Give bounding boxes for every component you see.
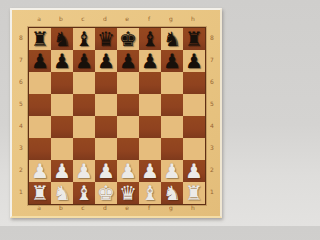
rank-labels-right: 87654321 — [208, 27, 216, 203]
black-pawn-g7: ♟ — [161, 50, 183, 72]
square-e5[interactable] — [117, 94, 139, 116]
square-b1[interactable]: ♞ — [51, 182, 73, 204]
white-rook-a1: ♜ — [29, 182, 51, 204]
rank-labels-left: 87654321 — [17, 27, 25, 203]
square-a1[interactable]: ♜ — [29, 182, 51, 204]
white-pawn-d2: ♟ — [95, 160, 117, 182]
square-d4[interactable] — [95, 116, 117, 138]
square-g5[interactable] — [161, 94, 183, 116]
square-a7[interactable]: ♟ — [29, 50, 51, 72]
white-knight-b1: ♞ — [51, 182, 73, 204]
rank-label-4: 4 — [17, 115, 25, 137]
white-pawn-f2: ♟ — [139, 160, 161, 182]
rank-label-7: 7 — [208, 49, 216, 71]
rank-label-3: 3 — [17, 137, 25, 159]
square-b5[interactable] — [51, 94, 73, 116]
black-pawn-f7: ♟ — [139, 50, 161, 72]
rank-label-2: 2 — [208, 159, 216, 181]
square-h4[interactable] — [183, 116, 205, 138]
file-label-c: c — [72, 15, 94, 23]
square-h3[interactable] — [183, 138, 205, 160]
square-d1[interactable]: ♚ — [95, 182, 117, 204]
board-grid: ♜♞♝♛♚♝♞♜♟♟♟♟♟♟♟♟♟♟♟♟♟♟♟♟♜♞♝♚♛♝♞♜ — [28, 27, 206, 205]
white-rook-h1: ♜ — [183, 182, 205, 204]
square-f1[interactable]: ♝ — [139, 182, 161, 204]
square-c5[interactable] — [73, 94, 95, 116]
square-c6[interactable] — [73, 72, 95, 94]
black-rook-h8: ♜ — [183, 28, 205, 50]
square-e8[interactable]: ♚ — [117, 28, 139, 50]
square-b6[interactable] — [51, 72, 73, 94]
square-f4[interactable] — [139, 116, 161, 138]
square-b4[interactable] — [51, 116, 73, 138]
file-label-g: g — [160, 15, 182, 23]
rank-label-8: 8 — [17, 27, 25, 49]
file-label-a: a — [28, 204, 50, 212]
chess-board-frame: abcdefgh abcdefgh 87654321 87654321 ♜♞♝♛… — [10, 8, 222, 218]
square-b8[interactable]: ♞ — [51, 28, 73, 50]
square-h6[interactable] — [183, 72, 205, 94]
square-f8[interactable]: ♝ — [139, 28, 161, 50]
file-label-c: c — [72, 204, 94, 212]
rank-label-5: 5 — [17, 93, 25, 115]
square-c2[interactable]: ♟ — [73, 160, 95, 182]
square-g6[interactable] — [161, 72, 183, 94]
white-bishop-c1: ♝ — [73, 182, 95, 204]
square-f7[interactable]: ♟ — [139, 50, 161, 72]
rank-label-1: 1 — [208, 181, 216, 203]
black-king-e8: ♚ — [117, 28, 139, 50]
square-d8[interactable]: ♛ — [95, 28, 117, 50]
black-rook-a8: ♜ — [29, 28, 51, 50]
white-pawn-a2: ♟ — [29, 160, 51, 182]
file-label-h: h — [182, 204, 204, 212]
square-c3[interactable] — [73, 138, 95, 160]
white-pawn-c2: ♟ — [73, 160, 95, 182]
square-d2[interactable]: ♟ — [95, 160, 117, 182]
square-e7[interactable]: ♟ — [117, 50, 139, 72]
square-a2[interactable]: ♟ — [29, 160, 51, 182]
black-pawn-c7: ♟ — [73, 50, 95, 72]
square-h7[interactable]: ♟ — [183, 50, 205, 72]
square-c7[interactable]: ♟ — [73, 50, 95, 72]
black-pawn-a7: ♟ — [29, 50, 51, 72]
file-labels-bottom: abcdefgh — [28, 204, 204, 212]
file-labels-top: abcdefgh — [28, 15, 204, 23]
black-bishop-f8: ♝ — [139, 28, 161, 50]
black-pawn-h7: ♟ — [183, 50, 205, 72]
file-label-d: d — [94, 204, 116, 212]
white-pawn-e2: ♟ — [117, 160, 139, 182]
white-queen-e1: ♛ — [117, 182, 139, 204]
square-c8[interactable]: ♝ — [73, 28, 95, 50]
square-b3[interactable] — [51, 138, 73, 160]
rank-label-6: 6 — [17, 71, 25, 93]
white-pawn-g2: ♟ — [161, 160, 183, 182]
square-a3[interactable] — [29, 138, 51, 160]
square-h1[interactable]: ♜ — [183, 182, 205, 204]
square-e6[interactable] — [117, 72, 139, 94]
square-a6[interactable] — [29, 72, 51, 94]
square-f6[interactable] — [139, 72, 161, 94]
black-pawn-e7: ♟ — [117, 50, 139, 72]
file-label-h: h — [182, 15, 204, 23]
file-label-f: f — [138, 15, 160, 23]
square-e2[interactable]: ♟ — [117, 160, 139, 182]
file-label-e: e — [116, 15, 138, 23]
square-a5[interactable] — [29, 94, 51, 116]
square-c1[interactable]: ♝ — [73, 182, 95, 204]
file-label-e: e — [116, 204, 138, 212]
square-d7[interactable]: ♟ — [95, 50, 117, 72]
square-h2[interactable]: ♟ — [183, 160, 205, 182]
square-a4[interactable] — [29, 116, 51, 138]
square-b2[interactable]: ♟ — [51, 160, 73, 182]
white-pawn-b2: ♟ — [51, 160, 73, 182]
square-g2[interactable]: ♟ — [161, 160, 183, 182]
rank-label-1: 1 — [17, 181, 25, 203]
rank-label-6: 6 — [208, 71, 216, 93]
black-knight-b8: ♞ — [51, 28, 73, 50]
square-e1[interactable]: ♛ — [117, 182, 139, 204]
black-pawn-b7: ♟ — [51, 50, 73, 72]
square-g7[interactable]: ♟ — [161, 50, 183, 72]
white-knight-g1: ♞ — [161, 182, 183, 204]
square-d6[interactable] — [95, 72, 117, 94]
black-queen-d8: ♛ — [95, 28, 117, 50]
black-pawn-d7: ♟ — [95, 50, 117, 72]
file-label-b: b — [50, 15, 72, 23]
square-g8[interactable]: ♞ — [161, 28, 183, 50]
rank-label-3: 3 — [208, 137, 216, 159]
square-c4[interactable] — [73, 116, 95, 138]
white-bishop-f1: ♝ — [139, 182, 161, 204]
square-e4[interactable] — [117, 116, 139, 138]
black-bishop-c8: ♝ — [73, 28, 95, 50]
square-a8[interactable]: ♜ — [29, 28, 51, 50]
square-h5[interactable] — [183, 94, 205, 116]
square-g3[interactable] — [161, 138, 183, 160]
black-knight-g8: ♞ — [161, 28, 183, 50]
rank-label-5: 5 — [208, 93, 216, 115]
square-e3[interactable] — [117, 138, 139, 160]
square-g4[interactable] — [161, 116, 183, 138]
square-h8[interactable]: ♜ — [183, 28, 205, 50]
white-pawn-h2: ♟ — [183, 160, 205, 182]
square-f2[interactable]: ♟ — [139, 160, 161, 182]
file-label-g: g — [160, 204, 182, 212]
square-f5[interactable] — [139, 94, 161, 116]
file-label-d: d — [94, 15, 116, 23]
square-g1[interactable]: ♞ — [161, 182, 183, 204]
square-f3[interactable] — [139, 138, 161, 160]
square-b7[interactable]: ♟ — [51, 50, 73, 72]
file-label-f: f — [138, 204, 160, 212]
rank-label-4: 4 — [208, 115, 216, 137]
rank-label-2: 2 — [17, 159, 25, 181]
square-d3[interactable] — [95, 138, 117, 160]
rank-label-7: 7 — [17, 49, 25, 71]
rank-label-8: 8 — [208, 27, 216, 49]
file-label-a: a — [28, 15, 50, 23]
file-label-b: b — [50, 204, 72, 212]
square-d5[interactable] — [95, 94, 117, 116]
white-king-d1: ♚ — [95, 182, 117, 204]
